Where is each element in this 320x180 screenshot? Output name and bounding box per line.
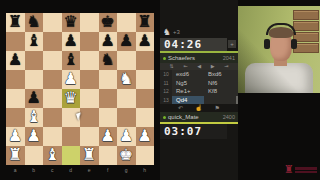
black-move[interactable]: Bxd6 [204, 70, 236, 79]
square-e1[interactable]: ♜ [80, 146, 99, 165]
bottom-player-name[interactable]: quick_Mate [168, 114, 199, 120]
square-h2[interactable]: ♟ [136, 127, 155, 146]
square-c3[interactable] [43, 108, 62, 127]
white-rook[interactable]: ♜ [8, 147, 22, 163]
move-number: 12 [160, 87, 172, 96]
white-queen[interactable]: ♛ [64, 90, 78, 106]
game-panel: ♞ +3 04:26 + Schaefers 2041 ⇅⇤◀▶⇥ 10exd6… [160, 0, 238, 180]
next-move-icon[interactable]: ▶ [211, 63, 215, 70]
square-f8[interactable]: ♚ [99, 13, 118, 32]
black-bishop[interactable]: ♝ [64, 52, 78, 68]
last-move-icon[interactable]: ⇥ [224, 63, 228, 70]
square-c8[interactable] [43, 13, 62, 32]
top-player-name[interactable]: Schaefers [168, 55, 195, 61]
white-knight[interactable]: ♞ [119, 71, 133, 87]
square-c4[interactable] [43, 89, 62, 108]
white-bishop[interactable]: ♝ [27, 109, 41, 125]
white-pawn[interactable]: ♟ [8, 128, 22, 144]
bottom-player-clock: 03:07 [160, 124, 227, 139]
square-g7[interactable]: ♟ [117, 32, 136, 51]
file-label-g: g [117, 166, 136, 174]
square-g1[interactable]: ♚ [117, 146, 136, 165]
watermark-text [295, 167, 317, 173]
top-player-row[interactable]: Schaefers 2041 [160, 53, 238, 63]
captured-material: ♞ +3 [163, 27, 180, 37]
top-player-rating: 2041 [223, 55, 235, 61]
white-knight-icon: ♞ [163, 27, 171, 37]
black-knight[interactable]: ♞ [101, 52, 115, 68]
black-pawn[interactable]: ♟ [119, 33, 133, 49]
file-label-e: e [80, 166, 99, 174]
material-advantage: +3 [173, 29, 180, 35]
square-c5[interactable] [43, 70, 62, 89]
stream-frame: ♜♞♛♚♜♝♟♟♟♟♟♝♞♟♞♟♛♝♟♟♟♟♟♜♝♜♚ abcdefgh ♞ +… [0, 0, 320, 180]
square-h4[interactable] [136, 89, 155, 108]
square-f3[interactable] [99, 108, 118, 127]
file-coordinates: abcdefgh [6, 166, 154, 174]
square-h1[interactable] [136, 146, 155, 165]
black-king[interactable]: ♚ [101, 14, 115, 30]
square-e2[interactable] [80, 127, 99, 146]
square-h6[interactable] [136, 51, 155, 70]
game-action-buttons: ↶☝⚑ [160, 104, 238, 112]
move-row: 10exd6Bxd6 [160, 70, 238, 79]
square-b2[interactable]: ♟ [25, 127, 44, 146]
square-g4[interactable] [117, 89, 136, 108]
move-row: 11Ng5Nf6 [160, 79, 238, 88]
white-pawn[interactable]: ♟ [64, 71, 78, 87]
prev-move-icon[interactable]: ◀ [197, 63, 201, 70]
black-bishop[interactable]: ♝ [27, 33, 41, 49]
square-e4[interactable] [80, 89, 99, 108]
square-d5[interactable]: ♟ [62, 70, 81, 89]
takeback-icon[interactable]: ↶ [178, 104, 183, 112]
black-rook[interactable]: ♜ [138, 14, 152, 30]
square-c7[interactable] [43, 32, 62, 51]
square-b3[interactable]: ♝ [25, 108, 44, 127]
square-b1[interactable] [25, 146, 44, 165]
black-pawn[interactable]: ♟ [138, 33, 152, 49]
watermark-logo: ♜ [284, 164, 317, 176]
top-player-clock: 04:26 [160, 38, 227, 51]
move-row: 13Qd4 [160, 96, 238, 105]
white-move[interactable]: exd6 [172, 70, 204, 79]
square-b5[interactable] [25, 70, 44, 89]
white-move[interactable]: Ng5 [172, 79, 204, 88]
white-king[interactable]: ♚ [119, 147, 133, 163]
file-label-d: d [62, 166, 81, 174]
webcam-shadow [238, 6, 320, 93]
square-c6[interactable] [43, 51, 62, 70]
file-label-h: h [136, 166, 155, 174]
black-pawn[interactable]: ♟ [8, 52, 22, 68]
square-c2[interactable] [43, 127, 62, 146]
file-label-a: a [6, 166, 25, 174]
square-f5[interactable] [99, 70, 118, 89]
flip-board-icon[interactable]: ⇅ [170, 63, 174, 70]
black-queen[interactable]: ♛ [64, 14, 78, 30]
file-label-b: b [25, 166, 44, 174]
square-h8[interactable]: ♜ [136, 13, 155, 32]
square-a8[interactable]: ♜ [6, 13, 25, 32]
square-a5[interactable] [6, 70, 25, 89]
white-rook[interactable]: ♜ [82, 147, 96, 163]
square-c1[interactable]: ♝ [43, 146, 62, 165]
white-move[interactable]: Qd4 [172, 96, 204, 105]
square-a6[interactable]: ♟ [6, 51, 25, 70]
square-a3[interactable] [6, 108, 25, 127]
bottom-player-rating: 2400 [223, 114, 235, 120]
black-pawn[interactable]: ♟ [64, 33, 78, 49]
square-f6[interactable]: ♞ [99, 51, 118, 70]
black-pawn[interactable]: ♟ [101, 33, 115, 49]
square-h5[interactable] [136, 70, 155, 89]
square-a4[interactable] [6, 89, 25, 108]
move-number: 11 [160, 79, 172, 88]
square-h7[interactable]: ♟ [136, 32, 155, 51]
square-b4[interactable]: ♟ [25, 89, 44, 108]
black-rook[interactable]: ♜ [8, 14, 22, 30]
square-h3[interactable] [136, 108, 155, 127]
square-g5[interactable]: ♞ [117, 70, 136, 89]
webcam [238, 6, 320, 93]
move-list-scrollbar[interactable] [236, 96, 238, 104]
move-row: 12Re1+Kf8 [160, 87, 238, 96]
black-move [204, 96, 236, 105]
square-d8[interactable]: ♛ [62, 13, 81, 32]
square-f4[interactable] [99, 89, 118, 108]
move-list-toolbar: ⇅⇤◀▶⇥ [160, 63, 238, 70]
resign-flag-icon[interactable]: ⚑ [215, 104, 220, 112]
move-number: 13 [160, 96, 172, 105]
black-move[interactable]: Nf6 [204, 79, 236, 88]
red-rook-logo-icon: ♜ [284, 164, 294, 176]
square-d2[interactable] [62, 127, 81, 146]
square-e7[interactable] [80, 32, 99, 51]
white-pawn[interactable]: ♟ [101, 128, 115, 144]
square-e8[interactable] [80, 13, 99, 32]
chess-board[interactable]: ♜♞♛♚♜♝♟♟♟♟♟♝♞♟♞♟♛♝♟♟♟♟♟♜♝♜♚ [6, 13, 154, 165]
analysis-button[interactable]: + [228, 40, 236, 48]
square-b8[interactable]: ♞ [25, 13, 44, 32]
black-move[interactable]: Kf8 [204, 87, 236, 96]
square-d7[interactable]: ♟ [62, 32, 81, 51]
file-label-f: f [99, 166, 118, 174]
square-f1[interactable] [99, 146, 118, 165]
square-g2[interactable]: ♟ [117, 127, 136, 146]
square-d6[interactable]: ♝ [62, 51, 81, 70]
file-label-c: c [43, 166, 62, 174]
white-pawn[interactable]: ♟ [27, 128, 41, 144]
white-pawn[interactable]: ♟ [119, 128, 133, 144]
square-g6[interactable] [117, 51, 136, 70]
first-move-icon[interactable]: ⇤ [183, 63, 187, 70]
square-b6[interactable] [25, 51, 44, 70]
square-f7[interactable]: ♟ [99, 32, 118, 51]
draw-offer-icon[interactable]: ☝ [195, 104, 203, 112]
square-a7[interactable] [6, 32, 25, 51]
square-d4[interactable]: ♛ [62, 89, 81, 108]
square-a1[interactable]: ♜ [6, 146, 25, 165]
white-pawn[interactable]: ♟ [138, 128, 152, 144]
black-knight[interactable]: ♞ [27, 14, 41, 30]
square-b7[interactable]: ♝ [25, 32, 44, 51]
white-bishop[interactable]: ♝ [45, 147, 59, 163]
square-e6[interactable] [80, 51, 99, 70]
black-pawn[interactable]: ♟ [27, 90, 41, 106]
square-d1[interactable] [62, 146, 81, 165]
square-g3[interactable] [117, 108, 136, 127]
white-move[interactable]: Re1+ [172, 87, 204, 96]
square-e5[interactable] [80, 70, 99, 89]
online-dot [163, 116, 166, 119]
online-dot [163, 57, 166, 60]
move-number: 10 [160, 70, 172, 79]
square-g8[interactable] [117, 13, 136, 32]
square-f2[interactable]: ♟ [99, 127, 118, 146]
bottom-player-row[interactable]: quick_Mate 2400 [160, 112, 238, 122]
square-a2[interactable]: ♟ [6, 127, 25, 146]
move-list[interactable]: 10exd6Bxd611Ng5Nf612Re1+Kf813Qd4 [160, 70, 238, 104]
